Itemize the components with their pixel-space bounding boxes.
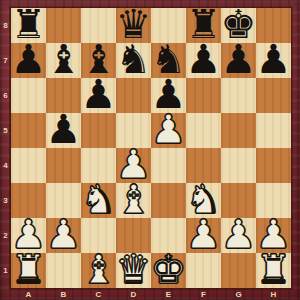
square-e5[interactable]: ♟ bbox=[151, 113, 186, 148]
rank-label-7: 7 bbox=[0, 43, 11, 78]
rank-labels: 87654321 bbox=[0, 8, 11, 288]
piece-white-bishop[interactable]: ♝ bbox=[116, 182, 152, 217]
rank-label-1: 1 bbox=[0, 253, 11, 288]
square-f5[interactable] bbox=[186, 113, 221, 148]
piece-black-pawn[interactable]: ♟ bbox=[46, 112, 82, 147]
square-h4[interactable] bbox=[256, 148, 291, 183]
piece-white-bishop[interactable]: ♝ bbox=[81, 252, 117, 287]
rank-label-5: 5 bbox=[0, 113, 11, 148]
square-e4[interactable] bbox=[151, 148, 186, 183]
square-e1[interactable]: ♚ bbox=[151, 253, 186, 288]
square-g1[interactable] bbox=[221, 253, 256, 288]
square-b5[interactable]: ♟ bbox=[46, 113, 81, 148]
chess-board: ♜♛♜♚♟♝♝♞♞♟♟♟♟♟♟♟♟♞♝♞♟♟♟♟♟♜♝♛♚♜ bbox=[11, 8, 291, 288]
square-f6[interactable] bbox=[186, 78, 221, 113]
piece-white-queen[interactable]: ♛ bbox=[116, 252, 152, 287]
square-c5[interactable] bbox=[81, 113, 116, 148]
square-c6[interactable]: ♟ bbox=[81, 78, 116, 113]
piece-white-pawn[interactable]: ♟ bbox=[151, 112, 187, 147]
square-c1[interactable]: ♝ bbox=[81, 253, 116, 288]
square-a1[interactable]: ♜ bbox=[11, 253, 46, 288]
piece-white-king[interactable]: ♚ bbox=[151, 252, 187, 287]
piece-white-pawn[interactable]: ♟ bbox=[46, 217, 82, 252]
square-f7[interactable]: ♟ bbox=[186, 43, 221, 78]
rank-label-2: 2 bbox=[0, 218, 11, 253]
square-f2[interactable]: ♟ bbox=[186, 218, 221, 253]
piece-black-bishop[interactable]: ♝ bbox=[46, 42, 82, 77]
file-label-b: B bbox=[46, 288, 81, 300]
rank-label-3: 3 bbox=[0, 183, 11, 218]
square-a4[interactable] bbox=[11, 148, 46, 183]
square-g6[interactable] bbox=[221, 78, 256, 113]
square-b1[interactable] bbox=[46, 253, 81, 288]
chess-board-frame: 87654321 ABCDEFGH ♜♛♜♚♟♝♝♞♞♟♟♟♟♟♟♟♟♞♝♞♟♟… bbox=[0, 0, 300, 300]
file-label-f: F bbox=[186, 288, 221, 300]
square-c3[interactable]: ♞ bbox=[81, 183, 116, 218]
square-a6[interactable] bbox=[11, 78, 46, 113]
rank-label-4: 4 bbox=[0, 148, 11, 183]
piece-white-pawn[interactable]: ♟ bbox=[221, 217, 257, 252]
square-g4[interactable] bbox=[221, 148, 256, 183]
square-d6[interactable] bbox=[116, 78, 151, 113]
square-g5[interactable] bbox=[221, 113, 256, 148]
square-b7[interactable]: ♝ bbox=[46, 43, 81, 78]
square-d1[interactable]: ♛ bbox=[116, 253, 151, 288]
piece-white-rook[interactable]: ♜ bbox=[256, 252, 292, 287]
piece-white-pawn[interactable]: ♟ bbox=[186, 217, 222, 252]
square-h5[interactable] bbox=[256, 113, 291, 148]
piece-black-pawn[interactable]: ♟ bbox=[11, 42, 47, 77]
square-b4[interactable] bbox=[46, 148, 81, 183]
square-g7[interactable]: ♟ bbox=[221, 43, 256, 78]
square-b2[interactable]: ♟ bbox=[46, 218, 81, 253]
square-h6[interactable] bbox=[256, 78, 291, 113]
square-e3[interactable] bbox=[151, 183, 186, 218]
file-label-g: G bbox=[221, 288, 256, 300]
square-h1[interactable]: ♜ bbox=[256, 253, 291, 288]
square-g2[interactable]: ♟ bbox=[221, 218, 256, 253]
square-a5[interactable] bbox=[11, 113, 46, 148]
square-f1[interactable] bbox=[186, 253, 221, 288]
rank-label-6: 6 bbox=[0, 78, 11, 113]
piece-black-knight[interactable]: ♞ bbox=[116, 42, 152, 77]
piece-white-knight[interactable]: ♞ bbox=[81, 182, 117, 217]
piece-black-pawn[interactable]: ♟ bbox=[186, 42, 222, 77]
piece-black-pawn[interactable]: ♟ bbox=[81, 77, 117, 112]
square-d3[interactable]: ♝ bbox=[116, 183, 151, 218]
piece-black-pawn[interactable]: ♟ bbox=[221, 42, 257, 77]
rank-label-8: 8 bbox=[0, 8, 11, 43]
square-a7[interactable]: ♟ bbox=[11, 43, 46, 78]
square-d7[interactable]: ♞ bbox=[116, 43, 151, 78]
piece-white-rook[interactable]: ♜ bbox=[11, 252, 47, 287]
piece-black-pawn[interactable]: ♟ bbox=[256, 42, 292, 77]
square-h7[interactable]: ♟ bbox=[256, 43, 291, 78]
